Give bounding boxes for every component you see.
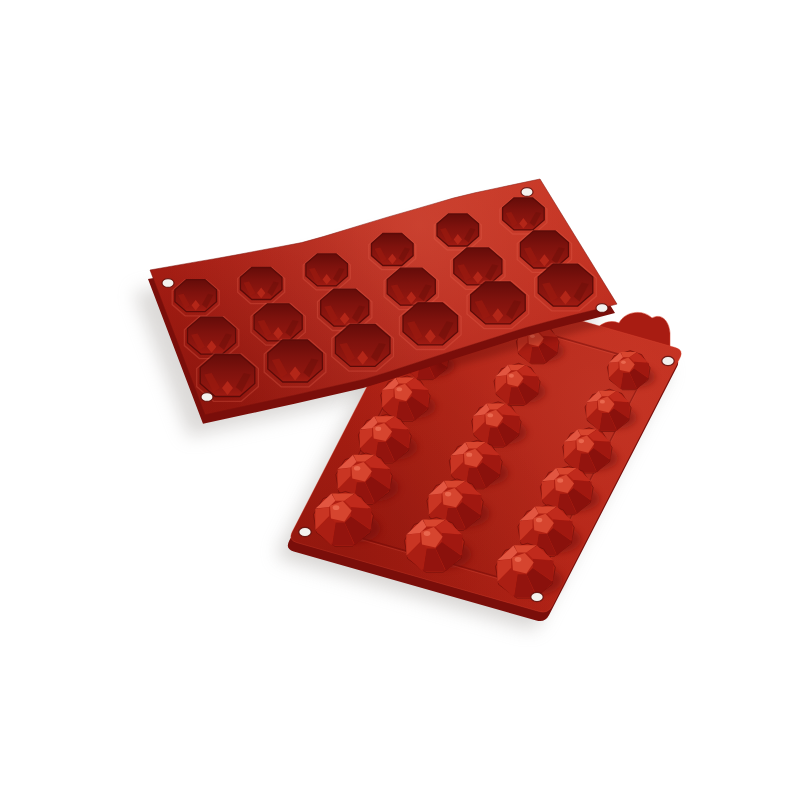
- bump-glint: [600, 400, 605, 404]
- bump-glint: [375, 427, 381, 431]
- bump-glint: [466, 452, 472, 456]
- bump-glint: [536, 518, 542, 523]
- bump-glint: [424, 531, 431, 536]
- bump-glint: [557, 478, 563, 482]
- scene-svg: [0, 0, 800, 800]
- corner-hole: [521, 188, 533, 197]
- bump-glint: [488, 413, 494, 417]
- bump-glint: [445, 492, 451, 497]
- bump-glint: [579, 439, 585, 443]
- corner-hole: [299, 527, 311, 536]
- bump-glint: [509, 374, 514, 378]
- corner-hole: [596, 304, 608, 313]
- bump-glint: [621, 360, 626, 364]
- bump-glint: [354, 466, 360, 471]
- corner-hole: [162, 279, 174, 288]
- corner-hole: [201, 393, 213, 402]
- corner-hole: [662, 356, 674, 365]
- bump-glint: [397, 387, 403, 391]
- bump-glint: [333, 505, 340, 510]
- bump-glint: [515, 557, 522, 562]
- product-photo-stage: [0, 0, 800, 800]
- corner-hole: [531, 592, 543, 601]
